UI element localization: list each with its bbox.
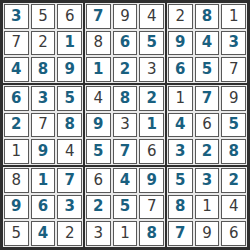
cell-r8c2[interactable]: 6 (31, 195, 56, 220)
sudoku-box-2-0: 817963542 (3, 167, 83, 247)
sudoku-box-2-1: 649257318 (85, 167, 165, 247)
cell-r9c9[interactable]: 6 (221, 221, 246, 246)
cell-r8c1[interactable]: 9 (4, 195, 29, 220)
cell-r7c8[interactable]: 3 (195, 168, 220, 193)
cell-r3c4[interactable]: 1 (86, 57, 111, 82)
cell-r1c8[interactable]: 8 (195, 4, 220, 29)
cell-r8c6[interactable]: 7 (139, 195, 164, 220)
cell-r4c9[interactable]: 9 (221, 86, 246, 111)
cell-r6c8[interactable]: 2 (195, 139, 220, 164)
cell-r8c5[interactable]: 5 (113, 195, 138, 220)
cell-r4c8[interactable]: 7 (195, 86, 220, 111)
cell-r4c7[interactable]: 1 (168, 86, 193, 111)
cell-r1c6[interactable]: 4 (139, 4, 164, 29)
cell-r2c3[interactable]: 1 (57, 31, 82, 56)
cell-r8c9[interactable]: 4 (221, 195, 246, 220)
cell-r4c1[interactable]: 6 (4, 86, 29, 111)
cell-r2c6[interactable]: 5 (139, 31, 164, 56)
cell-r2c4[interactable]: 8 (86, 31, 111, 56)
sudoku-box-1-1: 482931576 (85, 85, 165, 165)
cell-r1c4[interactable]: 7 (86, 4, 111, 29)
cell-r1c5[interactable]: 9 (113, 4, 138, 29)
cell-r9c2[interactable]: 4 (31, 221, 56, 246)
cell-r9c3[interactable]: 2 (57, 221, 82, 246)
cell-r9c6[interactable]: 8 (139, 221, 164, 246)
cell-r6c7[interactable]: 3 (168, 139, 193, 164)
cell-r5c9[interactable]: 5 (221, 113, 246, 138)
cell-r9c4[interactable]: 3 (86, 221, 111, 246)
cell-r5c3[interactable]: 8 (57, 113, 82, 138)
sudoku-box-1-0: 635278194 (3, 85, 83, 165)
cell-r8c4[interactable]: 2 (86, 195, 111, 220)
cell-r6c6[interactable]: 6 (139, 139, 164, 164)
cell-r5c1[interactable]: 2 (4, 113, 29, 138)
cell-r5c5[interactable]: 3 (113, 113, 138, 138)
sudoku-box-0-1: 794865123 (85, 3, 165, 83)
cell-r2c8[interactable]: 4 (195, 31, 220, 56)
cell-r6c5[interactable]: 7 (113, 139, 138, 164)
sudoku-board: 3567214897948651232819436576352781944829… (0, 0, 250, 250)
sudoku-box-2-2: 532814796 (167, 167, 247, 247)
cell-r4c5[interactable]: 8 (113, 86, 138, 111)
sudoku-box-1-2: 179465328 (167, 85, 247, 165)
cell-r1c3[interactable]: 6 (57, 4, 82, 29)
cell-r8c7[interactable]: 8 (168, 195, 193, 220)
cell-r5c6[interactable]: 1 (139, 113, 164, 138)
cell-r3c7[interactable]: 6 (168, 57, 193, 82)
cell-r3c9[interactable]: 7 (221, 57, 246, 82)
cell-r7c1[interactable]: 8 (4, 168, 29, 193)
cell-r2c1[interactable]: 7 (4, 31, 29, 56)
cell-r4c4[interactable]: 4 (86, 86, 111, 111)
cell-r8c8[interactable]: 1 (195, 195, 220, 220)
cell-r5c4[interactable]: 9 (86, 113, 111, 138)
cell-r9c7[interactable]: 7 (168, 221, 193, 246)
cell-r1c2[interactable]: 5 (31, 4, 56, 29)
cell-r9c8[interactable]: 9 (195, 221, 220, 246)
cell-r4c2[interactable]: 3 (31, 86, 56, 111)
cell-r5c8[interactable]: 6 (195, 113, 220, 138)
cell-r1c1[interactable]: 3 (4, 4, 29, 29)
cell-r6c1[interactable]: 1 (4, 139, 29, 164)
cell-r2c5[interactable]: 6 (113, 31, 138, 56)
cell-r9c1[interactable]: 5 (4, 221, 29, 246)
cell-r3c2[interactable]: 8 (31, 57, 56, 82)
cell-r5c2[interactable]: 7 (31, 113, 56, 138)
cell-r6c2[interactable]: 9 (31, 139, 56, 164)
cell-r7c7[interactable]: 5 (168, 168, 193, 193)
sudoku-box-0-2: 281943657 (167, 3, 247, 83)
cell-r4c6[interactable]: 2 (139, 86, 164, 111)
cell-r2c2[interactable]: 2 (31, 31, 56, 56)
cell-r7c3[interactable]: 7 (57, 168, 82, 193)
cell-r5c7[interactable]: 4 (168, 113, 193, 138)
cell-r7c4[interactable]: 6 (86, 168, 111, 193)
sudoku-box-0-0: 356721489 (3, 3, 83, 83)
cell-r3c5[interactable]: 2 (113, 57, 138, 82)
cell-r9c5[interactable]: 1 (113, 221, 138, 246)
cell-r3c3[interactable]: 9 (57, 57, 82, 82)
cell-r3c6[interactable]: 3 (139, 57, 164, 82)
cell-r6c4[interactable]: 5 (86, 139, 111, 164)
cell-r3c1[interactable]: 4 (4, 57, 29, 82)
cell-r2c7[interactable]: 9 (168, 31, 193, 56)
cell-r7c9[interactable]: 2 (221, 168, 246, 193)
cell-r3c8[interactable]: 5 (195, 57, 220, 82)
cell-r6c3[interactable]: 4 (57, 139, 82, 164)
cell-r1c7[interactable]: 2 (168, 4, 193, 29)
cell-r6c9[interactable]: 8 (221, 139, 246, 164)
cell-r4c3[interactable]: 5 (57, 86, 82, 111)
cell-r2c9[interactable]: 3 (221, 31, 246, 56)
cell-r7c2[interactable]: 1 (31, 168, 56, 193)
cell-r1c9[interactable]: 1 (221, 4, 246, 29)
cell-r7c6[interactable]: 9 (139, 168, 164, 193)
cell-r8c3[interactable]: 3 (57, 195, 82, 220)
cell-r7c5[interactable]: 4 (113, 168, 138, 193)
